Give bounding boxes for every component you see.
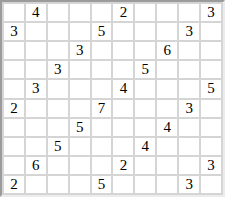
grid-cell[interactable]: [4, 42, 24, 59]
cell-clue-number: 3: [185, 177, 193, 192]
grid-cell[interactable]: [201, 176, 221, 193]
grid-cell[interactable]: 5: [48, 138, 68, 155]
grid-cell[interactable]: 2: [113, 157, 133, 174]
grid-cell[interactable]: [4, 61, 24, 78]
grid-cell[interactable]: [70, 61, 90, 78]
grid-cell[interactable]: [70, 80, 90, 97]
grid-cell[interactable]: 4: [135, 138, 155, 155]
grid-cell[interactable]: [48, 157, 68, 174]
grid-cell[interactable]: [70, 176, 90, 193]
grid-cell[interactable]: [157, 23, 177, 40]
grid-cell[interactable]: [157, 176, 177, 193]
grid-cell[interactable]: [92, 4, 112, 21]
cell-clue-number: 4: [32, 5, 40, 20]
cell-clue-number: 6: [32, 158, 40, 173]
grid-cell[interactable]: [26, 176, 46, 193]
grid-cell[interactable]: [92, 42, 112, 59]
grid-cell[interactable]: [48, 176, 68, 193]
grid-cell[interactable]: 4: [113, 80, 133, 97]
grid-cell[interactable]: [135, 119, 155, 136]
grid-cell[interactable]: [135, 42, 155, 59]
grid-cell[interactable]: [48, 100, 68, 117]
cell-clue-number: 5: [54, 139, 62, 154]
grid-cell[interactable]: [157, 100, 177, 117]
cell-clue-number: 4: [120, 81, 128, 96]
grid-cell[interactable]: 7: [92, 100, 112, 117]
grid-cell[interactable]: 5: [201, 80, 221, 97]
grid-cell[interactable]: [157, 80, 177, 97]
grid-cell[interactable]: [26, 42, 46, 59]
cell-clue-number: 7: [98, 101, 106, 116]
grid-cell[interactable]: 5: [92, 176, 112, 193]
grid-cell[interactable]: [4, 138, 24, 155]
grid-cell[interactable]: [92, 157, 112, 174]
grid-cell[interactable]: 3: [26, 80, 46, 97]
grid-cell[interactable]: [48, 119, 68, 136]
grid-cell[interactable]: 3: [179, 176, 199, 193]
grid-cell[interactable]: [26, 119, 46, 136]
grid-cell[interactable]: [179, 119, 199, 136]
cell-clue-number: 3: [32, 81, 40, 96]
grid-cell[interactable]: 2: [113, 4, 133, 21]
grid-cell[interactable]: [26, 61, 46, 78]
grid-cell[interactable]: 5: [70, 119, 90, 136]
grid-cell[interactable]: [4, 4, 24, 21]
grid-cell[interactable]: [135, 176, 155, 193]
cell-clue-number: 5: [98, 177, 106, 192]
grid-cell[interactable]: [179, 42, 199, 59]
grid-cell[interactable]: [157, 61, 177, 78]
grid-cell[interactable]: [179, 4, 199, 21]
grid-cell[interactable]: [179, 61, 199, 78]
grid-cell[interactable]: [157, 4, 177, 21]
grid-cell[interactable]: [113, 100, 133, 117]
grid-cell[interactable]: [26, 100, 46, 117]
grid-cell[interactable]: [113, 119, 133, 136]
cell-clue-number: 3: [185, 101, 193, 116]
cell-clue-number: 5: [142, 62, 150, 77]
grid-cell[interactable]: [157, 138, 177, 155]
cell-clue-number: 3: [207, 5, 215, 20]
cell-clue-number: 4: [163, 120, 171, 135]
grid-cell[interactable]: 3: [70, 42, 90, 59]
grid-cell[interactable]: [113, 176, 133, 193]
cell-clue-number: 3: [185, 24, 193, 39]
grid-cell[interactable]: 3: [179, 100, 199, 117]
grid-cell[interactable]: [4, 157, 24, 174]
grid-cell[interactable]: 2: [4, 100, 24, 117]
grid-cell[interactable]: [70, 4, 90, 21]
grid-cell[interactable]: [201, 119, 221, 136]
grid-cell[interactable]: 3: [179, 23, 199, 40]
grid-cell[interactable]: 4: [157, 119, 177, 136]
grid-cell[interactable]: [135, 100, 155, 117]
grid-cell[interactable]: 6: [26, 157, 46, 174]
cell-clue-number: 5: [207, 81, 215, 96]
grid-cell[interactable]: [135, 23, 155, 40]
cell-clue-number: 2: [10, 177, 18, 192]
grid-cell[interactable]: [92, 80, 112, 97]
cell-clue-number: 5: [76, 120, 84, 135]
grid-cell[interactable]: [113, 23, 133, 40]
grid-cell[interactable]: [70, 100, 90, 117]
grid-cell[interactable]: [4, 80, 24, 97]
grid-cell[interactable]: [157, 157, 177, 174]
grid-cell[interactable]: [4, 119, 24, 136]
cell-clue-number: 5: [98, 24, 106, 39]
grid-cell[interactable]: [48, 23, 68, 40]
cell-clue-number: 3: [54, 62, 62, 77]
grid-cell[interactable]: 4: [26, 4, 46, 21]
grid-cell[interactable]: [201, 138, 221, 155]
grid-cell[interactable]: [113, 61, 133, 78]
grid-cell[interactable]: [201, 100, 221, 117]
grid-cell[interactable]: [201, 23, 221, 40]
grid-cell[interactable]: [92, 119, 112, 136]
grid-cell[interactable]: 3: [4, 23, 24, 40]
grid-cell[interactable]: [135, 157, 155, 174]
grid-cell[interactable]: [179, 80, 199, 97]
grid-cell[interactable]: [135, 80, 155, 97]
cell-clue-number: 2: [10, 101, 18, 116]
cell-clue-number: 3: [76, 43, 84, 58]
cell-clue-number: 6: [163, 43, 171, 58]
grid-cell[interactable]: [70, 23, 90, 40]
grid-cell[interactable]: 3: [201, 157, 221, 174]
grid-cell[interactable]: [92, 138, 112, 155]
shikaku-board: 42335336353452735454623253: [0, 0, 225, 197]
grid-cell[interactable]: [201, 42, 221, 59]
grid-cell[interactable]: 2: [4, 176, 24, 193]
grid-cell[interactable]: [179, 138, 199, 155]
cell-clue-number: 3: [207, 158, 215, 173]
grid-cell[interactable]: 3: [201, 4, 221, 21]
cell-clue-number: 2: [120, 158, 128, 173]
grid-cell[interactable]: [48, 4, 68, 21]
grid-cell[interactable]: [70, 157, 90, 174]
grid-cell[interactable]: [26, 138, 46, 155]
cell-clue-number: 2: [120, 5, 128, 20]
cell-clue-number: 4: [142, 139, 150, 154]
grid-cell[interactable]: [48, 80, 68, 97]
grid-cell[interactable]: [113, 138, 133, 155]
cell-clue-number: 3: [10, 24, 18, 39]
grid-cell[interactable]: [92, 61, 112, 78]
grid-cell[interactable]: [135, 4, 155, 21]
grid-cell[interactable]: [201, 61, 221, 78]
grid-cell[interactable]: 6: [157, 42, 177, 59]
grid-cell[interactable]: [48, 42, 68, 59]
grid-cell[interactable]: 5: [92, 23, 112, 40]
grid-cell[interactable]: [179, 157, 199, 174]
grid-cell[interactable]: [70, 138, 90, 155]
grid-cell[interactable]: [26, 23, 46, 40]
grid-cell[interactable]: [113, 42, 133, 59]
grid-cell[interactable]: 3: [48, 61, 68, 78]
grid-cell[interactable]: 5: [135, 61, 155, 78]
